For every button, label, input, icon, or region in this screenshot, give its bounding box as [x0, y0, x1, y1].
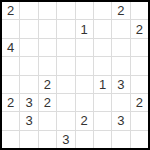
cell-r4c7-empty[interactable] — [112, 57, 129, 74]
cell-r8c1-empty[interactable] — [2, 131, 19, 148]
cell-r2c4-empty[interactable] — [57, 20, 74, 37]
cell-r1c5-empty[interactable] — [76, 2, 93, 19]
cell-r3c4-empty[interactable] — [57, 39, 74, 56]
cell-r6c5-empty[interactable] — [76, 94, 93, 111]
cell-r5c2-empty[interactable] — [20, 76, 37, 93]
cell-r7c3-empty[interactable] — [39, 112, 56, 129]
minesweeper-board: 2212421323223233 — [0, 0, 150, 150]
cell-r4c5-empty[interactable] — [76, 57, 93, 74]
cell-r1c4-empty[interactable] — [57, 2, 74, 19]
cell-r5c5-empty[interactable] — [76, 76, 93, 93]
cell-r1c7-clue: 2 — [112, 2, 129, 19]
cell-r7c7-clue: 3 — [112, 112, 129, 129]
cell-r1c2-empty[interactable] — [20, 2, 37, 19]
cell-r6c4-empty[interactable] — [57, 94, 74, 111]
cell-r2c3-empty[interactable] — [39, 20, 56, 37]
cell-r3c7-empty[interactable] — [112, 39, 129, 56]
cell-r2c5-clue: 1 — [76, 20, 93, 37]
cell-r6c7-empty[interactable] — [112, 94, 129, 111]
cell-r7c1-empty[interactable] — [2, 112, 19, 129]
cell-r8c7-empty[interactable] — [112, 131, 129, 148]
cell-r8c4-clue: 3 — [57, 131, 74, 148]
cell-r8c8-empty[interactable] — [131, 131, 148, 148]
cell-r4c8-empty[interactable] — [131, 57, 148, 74]
cell-r1c3-empty[interactable] — [39, 2, 56, 19]
cell-r8c6-empty[interactable] — [94, 131, 111, 148]
cell-r6c8-clue: 2 — [131, 94, 148, 111]
cell-r3c6-empty[interactable] — [94, 39, 111, 56]
cell-r5c8-empty[interactable] — [131, 76, 148, 93]
cell-r2c7-empty[interactable] — [112, 20, 129, 37]
cell-r5c4-empty[interactable] — [57, 76, 74, 93]
cell-r5c1-empty[interactable] — [2, 76, 19, 93]
cell-r6c3-clue: 2 — [39, 94, 56, 111]
cell-r3c5-empty[interactable] — [76, 39, 93, 56]
cell-r6c2-clue: 3 — [20, 94, 37, 111]
cell-r4c2-empty[interactable] — [20, 57, 37, 74]
cell-r5c6-clue: 1 — [94, 76, 111, 93]
cell-r1c1-clue: 2 — [2, 2, 19, 19]
cell-r7c8-empty[interactable] — [131, 112, 148, 129]
cell-r8c3-empty[interactable] — [39, 131, 56, 148]
cell-r1c6-empty[interactable] — [94, 2, 111, 19]
cell-r8c5-empty[interactable] — [76, 131, 93, 148]
cell-r2c8-clue: 2 — [131, 20, 148, 37]
cell-r3c3-empty[interactable] — [39, 39, 56, 56]
cell-r1c8-empty[interactable] — [131, 2, 148, 19]
cell-r2c1-empty[interactable] — [2, 20, 19, 37]
cell-r3c1-clue: 4 — [2, 39, 19, 56]
cell-r3c2-empty[interactable] — [20, 39, 37, 56]
cell-r5c3-clue: 2 — [39, 76, 56, 93]
cell-r7c4-empty[interactable] — [57, 112, 74, 129]
cell-r6c1-clue: 2 — [2, 94, 19, 111]
cell-r5c7-clue: 3 — [112, 76, 129, 93]
cell-r7c5-clue: 2 — [76, 112, 93, 129]
cell-r8c2-empty[interactable] — [20, 131, 37, 148]
cell-r2c2-empty[interactable] — [20, 20, 37, 37]
cell-r7c6-empty[interactable] — [94, 112, 111, 129]
cell-r7c2-clue: 3 — [20, 112, 37, 129]
cell-r6c6-empty[interactable] — [94, 94, 111, 111]
cell-r4c1-empty[interactable] — [2, 57, 19, 74]
cell-r2c6-empty[interactable] — [94, 20, 111, 37]
cell-r4c6-empty[interactable] — [94, 57, 111, 74]
cell-r4c4-empty[interactable] — [57, 57, 74, 74]
cell-r4c3-empty[interactable] — [39, 57, 56, 74]
cell-r3c8-empty[interactable] — [131, 39, 148, 56]
